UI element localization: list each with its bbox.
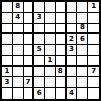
cell-r1c6-empty[interactable] [56,2,67,13]
cell-r6c9-empty[interactable] [88,56,99,67]
cell-r4c3-empty[interactable] [24,34,35,45]
cell-r8c6-empty[interactable] [56,77,67,88]
cell-r4c9-empty[interactable] [88,34,99,45]
cell-r1c2-given: 8 [13,2,24,13]
cell-r4c1-empty[interactable] [2,34,13,45]
cell-r7c6-given: 8 [56,67,67,78]
cell-r7c2-empty[interactable] [13,67,24,78]
cell-r9c3-empty[interactable] [24,88,35,99]
cell-r7c3-empty[interactable] [24,67,35,78]
cell-r7c8-empty[interactable] [77,67,88,78]
cell-r3c5-empty[interactable] [45,24,56,35]
cell-r1c3-empty[interactable] [24,2,35,13]
cell-r7c5-empty[interactable] [45,67,56,78]
cell-r4c2-empty[interactable] [13,34,24,45]
cell-r3c1-empty[interactable] [2,24,13,35]
cell-r3c4-empty[interactable] [34,24,45,35]
cell-r7c9-given: 7 [88,67,99,78]
cell-r1c9-given: 1 [88,2,99,13]
cell-r5c3-empty[interactable] [24,45,35,56]
cell-r6c6-empty[interactable] [56,56,67,67]
cell-r7c4-empty[interactable] [34,67,45,78]
cell-r2c2-given: 4 [13,13,24,24]
cell-r6c2-empty[interactable] [13,56,24,67]
cell-r9c8-empty[interactable] [77,88,88,99]
cell-r2c9-empty[interactable] [88,13,99,24]
cell-r9c7-given: 4 [67,88,78,99]
cell-r5c7-given: 3 [67,45,78,56]
cell-r3c7-empty[interactable] [67,24,78,35]
cell-r5c4-given: 5 [34,45,45,56]
cell-r2c6-empty[interactable] [56,13,67,24]
cell-r3c2-empty[interactable] [13,24,24,35]
cell-r7c7-empty[interactable] [67,67,78,78]
cell-r9c9-empty[interactable] [88,88,99,99]
cell-r1c7-empty[interactable] [67,2,78,13]
cell-r5c1-empty[interactable] [2,45,13,56]
cell-r4c7-given: 2 [67,34,78,45]
cell-r3c9-empty[interactable] [88,24,99,35]
cell-r8c2-empty[interactable] [13,77,24,88]
cell-r5c9-empty[interactable] [88,45,99,56]
cell-r5c8-empty[interactable] [77,45,88,56]
cell-r4c5-empty[interactable] [45,34,56,45]
cell-r9c2-empty[interactable] [13,88,24,99]
cell-r2c3-empty[interactable] [24,13,35,24]
cell-r5c6-empty[interactable] [56,45,67,56]
cell-r8c9-empty[interactable] [88,77,99,88]
cell-r6c8-empty[interactable] [77,56,88,67]
cell-r1c8-empty[interactable] [77,2,88,13]
cell-r9c4-given: 6 [34,88,45,99]
cell-r4c4-empty[interactable] [34,34,45,45]
cell-r6c5-given: 1 [45,56,56,67]
cell-r7c1-given: 1 [2,67,13,78]
cell-r8c8-empty[interactable] [77,77,88,88]
cell-r2c7-empty[interactable] [67,13,78,24]
cell-r8c5-empty[interactable] [45,77,56,88]
cell-r2c4-given: 3 [34,13,45,24]
cell-r2c1-empty[interactable] [2,13,13,24]
cell-r6c4-empty[interactable] [34,56,45,67]
cell-r1c1-empty[interactable] [2,2,13,13]
cell-r3c8-given: 8 [77,24,88,35]
cell-r8c3-given: 7 [24,77,35,88]
cell-r8c4-empty[interactable] [34,77,45,88]
cell-r6c3-empty[interactable] [24,56,35,67]
cell-r2c5-empty[interactable] [45,13,56,24]
cell-r1c4-empty[interactable] [34,2,45,13]
cell-r6c7-empty[interactable] [67,56,78,67]
sudoku-board: 81438265311873764 [0,0,101,101]
cell-r3c3-empty[interactable] [24,24,35,35]
cell-r8c1-given: 3 [2,77,13,88]
cell-r8c7-empty[interactable] [67,77,78,88]
cell-r5c5-empty[interactable] [45,45,56,56]
cell-r3c6-empty[interactable] [56,24,67,35]
cell-r6c1-empty[interactable] [2,56,13,67]
cell-r1c5-empty[interactable] [45,2,56,13]
cell-r9c1-empty[interactable] [2,88,13,99]
cell-r9c5-empty[interactable] [45,88,56,99]
cell-r4c8-given: 6 [77,34,88,45]
cell-r9c6-empty[interactable] [56,88,67,99]
cell-r4c6-empty[interactable] [56,34,67,45]
cell-r5c2-empty[interactable] [13,45,24,56]
cell-r2c8-empty[interactable] [77,13,88,24]
